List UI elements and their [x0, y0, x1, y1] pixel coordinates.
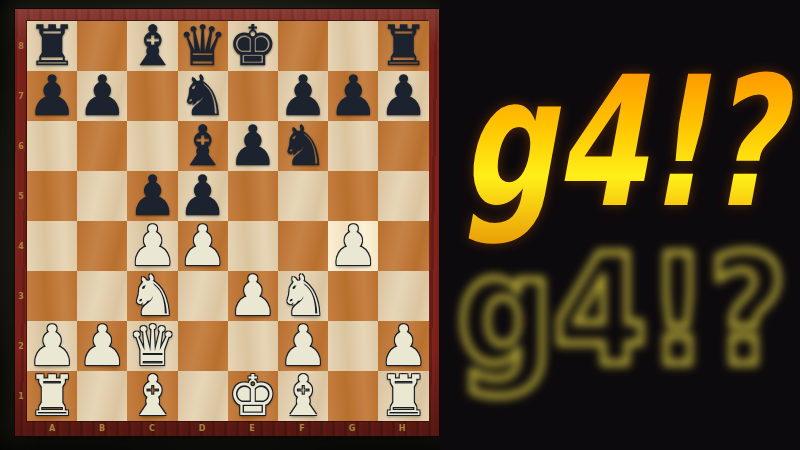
square-g4[interactable]: ♟	[328, 221, 378, 271]
move-annotation-echo-text: g4!?	[457, 222, 787, 399]
square-b2[interactable]: ♟	[77, 321, 127, 371]
piece-white-pawn[interactable]: ♟	[228, 271, 278, 321]
file-label-f: F	[277, 420, 327, 436]
square-h7[interactable]: ♟	[378, 71, 428, 121]
square-g3[interactable]	[328, 271, 378, 321]
piece-black-king[interactable]: ♚	[228, 21, 278, 71]
chess-board: 87654321 ABCDEFGH ♜♝♛♚♜♟♟♞♟♟♟♝♟♞♟♟♟♟♟♞♟♞…	[14, 8, 440, 437]
rank-label-5: 5	[15, 171, 27, 221]
rank-label-2: 2	[15, 321, 27, 371]
square-b5[interactable]	[77, 171, 127, 221]
piece-white-rook[interactable]: ♜	[378, 371, 428, 421]
square-d1[interactable]	[178, 371, 228, 421]
piece-black-bishop[interactable]: ♝	[127, 21, 177, 71]
piece-black-pawn[interactable]: ♟	[27, 71, 77, 121]
piece-black-pawn[interactable]: ♟	[77, 71, 127, 121]
square-e6[interactable]: ♟	[228, 121, 278, 171]
move-annotation-echo: g4!?	[440, 235, 800, 450]
square-g1[interactable]	[328, 371, 378, 421]
square-e8[interactable]: ♚	[228, 21, 278, 71]
rank-label-3: 3	[15, 271, 27, 321]
square-b6[interactable]	[77, 121, 127, 171]
thumbnail-stage: 87654321 ABCDEFGH ♜♝♛♚♜♟♟♞♟♟♟♝♟♞♟♟♟♟♟♞♟♞…	[0, 0, 800, 450]
square-a7[interactable]: ♟	[27, 71, 77, 121]
square-a5[interactable]	[27, 171, 77, 221]
square-h5[interactable]	[378, 171, 428, 221]
file-label-c: C	[127, 420, 177, 436]
rank-labels: 87654321	[15, 21, 27, 421]
board-grid: ♜♝♛♚♜♟♟♞♟♟♟♝♟♞♟♟♟♟♟♞♟♞♟♟♛♟♟♜♝♚♝♜	[27, 21, 427, 421]
file-label-b: B	[77, 420, 127, 436]
square-d3[interactable]	[178, 271, 228, 321]
file-labels: ABCDEFGH	[27, 420, 427, 436]
piece-black-pawn[interactable]: ♟	[378, 71, 428, 121]
move-annotation-text: g4!?	[460, 38, 795, 247]
piece-white-king[interactable]: ♚	[228, 371, 278, 421]
square-e1[interactable]: ♚	[228, 371, 278, 421]
square-b7[interactable]: ♟	[77, 71, 127, 121]
file-label-e: E	[227, 420, 277, 436]
file-label-d: D	[177, 420, 227, 436]
rank-label-7: 7	[15, 71, 27, 121]
piece-white-rook[interactable]: ♜	[27, 371, 77, 421]
square-d4[interactable]: ♟	[178, 221, 228, 271]
square-a1[interactable]: ♜	[27, 371, 77, 421]
annotation-panel: g4!? g4!? g4!?	[440, 0, 800, 450]
piece-white-pawn[interactable]: ♟	[328, 221, 378, 271]
piece-white-bishop[interactable]: ♝	[278, 371, 328, 421]
piece-white-bishop[interactable]: ♝	[127, 371, 177, 421]
square-f5[interactable]	[278, 171, 328, 221]
square-a4[interactable]	[27, 221, 77, 271]
square-g7[interactable]: ♟	[328, 71, 378, 121]
rank-label-8: 8	[15, 21, 27, 71]
rank-label-1: 1	[15, 371, 27, 421]
square-b4[interactable]	[77, 221, 127, 271]
square-b1[interactable]	[77, 371, 127, 421]
square-e5[interactable]	[228, 171, 278, 221]
rank-label-6: 6	[15, 121, 27, 171]
rank-label-4: 4	[15, 221, 27, 271]
square-c1[interactable]: ♝	[127, 371, 177, 421]
square-d2[interactable]	[178, 321, 228, 371]
square-g6[interactable]	[328, 121, 378, 171]
square-h6[interactable]	[378, 121, 428, 171]
file-label-a: A	[27, 420, 77, 436]
square-h4[interactable]	[378, 221, 428, 271]
square-h1[interactable]: ♜	[378, 371, 428, 421]
piece-black-knight[interactable]: ♞	[278, 121, 328, 171]
piece-white-pawn[interactable]: ♟	[178, 221, 228, 271]
piece-black-pawn[interactable]: ♟	[328, 71, 378, 121]
square-f1[interactable]: ♝	[278, 371, 328, 421]
file-label-h: H	[377, 420, 427, 436]
piece-white-pawn[interactable]: ♟	[77, 321, 127, 371]
square-f6[interactable]: ♞	[278, 121, 328, 171]
piece-black-pawn[interactable]: ♟	[228, 121, 278, 171]
square-a6[interactable]	[27, 121, 77, 171]
file-label-g: G	[327, 420, 377, 436]
square-g2[interactable]	[328, 321, 378, 371]
square-c7[interactable]	[127, 71, 177, 121]
square-e3[interactable]: ♟	[228, 271, 278, 321]
board-panel: 87654321 ABCDEFGH ♜♝♛♚♜♟♟♞♟♟♟♝♟♞♟♟♟♟♟♞♟♞…	[0, 0, 440, 450]
square-c8[interactable]: ♝	[127, 21, 177, 71]
